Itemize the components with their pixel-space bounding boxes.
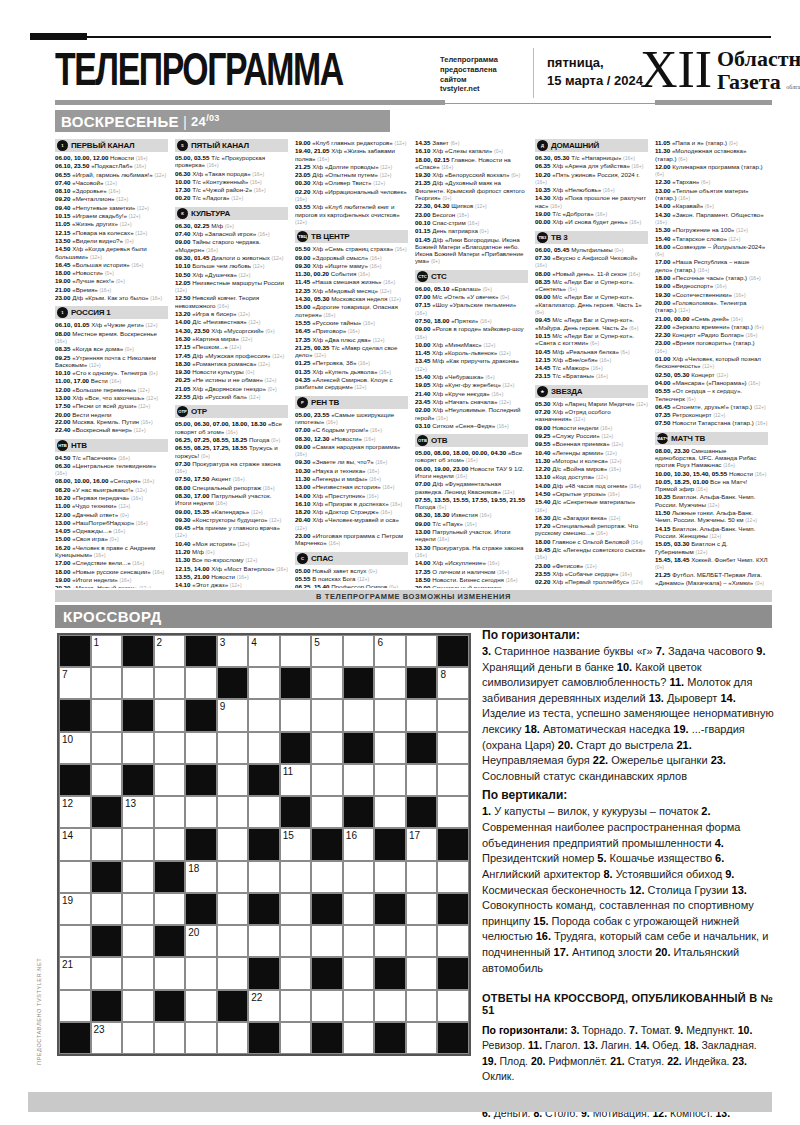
program-entry: 21.35 Д/ф «Духовный маяк на Фиоленте. Кр… (415, 179, 528, 202)
program-entry: 09.00 «Здоровый смысл» (16+) (295, 254, 408, 262)
channel-header: ТВЦТВ ЦЕНТР (295, 230, 408, 243)
cw-cell-black (248, 828, 280, 860)
cw-clue-number: 5 (314, 637, 320, 648)
program-entry: 07.30 «Вкусно с Анфисой Чеховой» (16+) (535, 254, 648, 270)
cw-cell-white (217, 925, 249, 957)
program-entry: 10.00 Х/ф «МиниМакс» (12+) (415, 341, 528, 349)
cw-cell-white (406, 861, 438, 893)
cw-cell-white: 6 (374, 635, 406, 667)
top-rule-line (87, 36, 771, 38)
program-entry: 11.30 «Моторы и колеса» (12+) (535, 457, 648, 465)
cw-cell-white (154, 764, 186, 796)
program-entry: 18.00 Главное с Ольгой Беловой (16+) (535, 538, 648, 546)
cw-cell-white (437, 764, 469, 796)
cw-cell-white (437, 796, 469, 828)
cw-cell-white (406, 990, 438, 1022)
cw-cell-white (343, 925, 375, 957)
program-entry: 13.00 Х/ф «Все, что захочешь» (12+) (55, 394, 168, 402)
brand-site: облгазета.рф (786, 84, 800, 90)
cw-cell-white: 18 (185, 861, 217, 893)
cw-cell-black (343, 667, 375, 699)
program-entry: 09.20 «Мечталлион» (12+) (55, 195, 168, 203)
channel-name: СТС (431, 272, 447, 281)
program-entry: 14.00 Х/ф «Искупление» (16+) (415, 559, 528, 567)
channel-logo-icon: ★ (537, 386, 548, 397)
cw-cell-black (311, 893, 343, 925)
channel-logo-icon: НТВ (57, 440, 68, 451)
cw-cell-black (280, 667, 312, 699)
channel-name: ПЕРВЫЙ КАНАЛ (71, 141, 135, 150)
cw-cell-white: 16 (343, 828, 375, 860)
program-entry: 06.25, 07.25, 08.55, 18.25 Погода (0+) (175, 436, 288, 444)
program-entry: 23.00 «Фетисов» (12+) (535, 562, 648, 570)
program-entry: 13.55, 21.00 Новости (16+) (175, 573, 288, 581)
program-entry: 10.50 Х/ф «Душечка» (12+) (175, 271, 288, 279)
cw-clue-number: 6 (377, 637, 383, 648)
program-entry: 09.00 «Самая народная программа» (16+) (295, 443, 408, 459)
cw-cell-white (122, 828, 154, 860)
channel-header: 1ПЕРВЫЙ КАНАЛ (55, 139, 168, 152)
cw-clue-number: 15 (283, 830, 294, 841)
program-entry: 05.00, 03.55 Т/с «Прокурорская проверка»… (175, 154, 288, 170)
program-entry: 13.45 М/ф «Как приручить дракона» (12+) (415, 357, 528, 373)
cw-cell-black (122, 764, 154, 796)
cw-cell-white (374, 764, 406, 796)
cw-cell-white (280, 990, 312, 1022)
cw-cell-black (248, 1022, 280, 1054)
cw-cell-white (122, 667, 154, 699)
cw-cell-black (311, 1022, 343, 1054)
program-entry: 07.35 Ретроконцерт (12+) (655, 411, 768, 419)
cw-cell-white (311, 699, 343, 731)
program-entry: 23.00 Бесогон (18+) (415, 211, 528, 219)
channel-logo-icon: МАТЧ (657, 433, 668, 444)
program-entry: 10.30 «Наука и техника» (16+) (295, 467, 408, 475)
cw-clue-number: 19 (62, 895, 73, 906)
program-entry: 07.40 «Часовой» (12+) (55, 179, 168, 187)
program-entry: 06.30, 02.25 М/ф (0+) (175, 222, 288, 230)
program-entry: 09.45 «На приеме у главного врача» (12+) (175, 524, 288, 540)
cw-clue-number: 8 (440, 669, 446, 680)
program-entry: 22.30 Концерт «Радио Болгар» (16+) (655, 331, 768, 339)
program-entry: 13.00 «Неизвестная история» (16+) (295, 483, 408, 491)
cw-cell-white (59, 925, 91, 957)
cw-cell-black (154, 861, 186, 893)
program-entry: 14.05 «Однажды...» (16+) (55, 527, 168, 535)
program-entry: 11.05 «Жизнь других» (12+) (55, 220, 168, 228)
cw-cell-white: 11 (280, 764, 312, 796)
cw-cell-black (217, 990, 249, 1022)
program-entry: 16.10 Х/ф «Призрак в доспехах» (16+) (295, 500, 408, 508)
program-entry: 12.00 Кулинарная программа (татар.) (6+) (655, 163, 768, 179)
program-entry: 08.00 Специальный репортаж (16+) (175, 484, 288, 492)
channel-logo-icon: ОТР (177, 406, 188, 417)
program-entry: 06.30, 05.30 Т/с «Напарницы» (16+) (535, 154, 648, 162)
program-entry: 06.00, 19.00, 23.00 Новости ТАУ 9 1/2. И… (415, 465, 528, 481)
cw-cell-black (343, 796, 375, 828)
page-number: XII (640, 40, 712, 99)
cw-cell-white (248, 732, 280, 764)
rule-right (655, 100, 772, 105)
program-entry: 08.00 «Новый день». 11-й сезон (16+) (535, 270, 648, 278)
cw-cell-black (91, 796, 123, 828)
program-entry: 19.40, 21.05 Х/ф «Жизнь забавами полна» … (295, 147, 408, 163)
program-entry: 09.30, 01.45 Диалоги о животных (12+) (175, 254, 288, 262)
program-entry: 14.30, 05.30 Московская неделя (12+) (295, 295, 408, 303)
cw-cell-white (343, 1022, 375, 1054)
program-entry: 17.50 «Песни от всей души» (12+) (55, 402, 168, 410)
channel-header: ОТВОТВ (415, 434, 528, 447)
brand-line2: Газета (717, 69, 781, 94)
program-entry: 07.30 Прокуратура на страже закона (16+) (175, 460, 288, 476)
cw-cell-white (406, 925, 438, 957)
cw-cell-black (185, 764, 217, 796)
program-entry: 07.15 «Шоу «Уральские пельмени» (16+) (415, 301, 528, 317)
program-entry: 14.00 «Каравай» (6+) (655, 202, 768, 210)
cw-cell-black (217, 667, 249, 699)
cw-cell-black (406, 796, 438, 828)
program-entry: 11.30 «Легенды и мифы» (16+) (295, 475, 408, 483)
channel-name: ТВ 3 (551, 233, 568, 242)
program-entry: 03.55 Х/ф «Клуб любителей книг и пирогов… (295, 203, 408, 226)
cw-cell-white (374, 990, 406, 1022)
channel-header: ССПАС (295, 552, 408, 565)
channel-name: РЕН ТВ (311, 398, 339, 407)
cw-cell-white (154, 893, 186, 925)
masthead-divider (533, 48, 534, 98)
cw-cell-white (437, 990, 469, 1022)
program-entry: 11.50 Лыжные гонки. Альфа-Банк. Чемп. Ро… (655, 509, 768, 525)
cw-cell-black (122, 635, 154, 667)
program-entry: 09.45 М/с «Леди Баг и Супер-кот». «Мэйур… (535, 316, 648, 332)
program-entry: 09.55 «Военная приемка» (12+) (535, 440, 648, 448)
cw-cell-black (248, 764, 280, 796)
program-entry: 10.45 М/ф «Реальная белка» (6+) (535, 348, 648, 356)
program-entry: 05.00, 08.00, 18.00, 00.00, 04.30 «Все г… (415, 449, 528, 465)
listings: 1ПЕРВЫЙ КАНАЛ06.00, 10.00, 12.00 Новости… (55, 139, 772, 588)
day-separator: | (183, 113, 187, 130)
crossword-title: КРОССВОРД (55, 605, 772, 628)
cw-cell-black (374, 828, 406, 860)
cw-cell-white (374, 925, 406, 957)
cw-cell-white (248, 925, 280, 957)
program-entry: 23.55 Х/ф «Собачье сердце» (16+) (535, 570, 648, 578)
program-entry: 21.25, 00.35 Т/с «Мавр сделал свое дело»… (295, 344, 408, 360)
program-entry: 12.15, 14.00 Х/ф «Мост Ватерлоо» (16+) (175, 565, 288, 573)
program-entry: 06.10, 01.05 Х/ф «Чужие дети» (12+) (55, 321, 168, 329)
program-entry: 07.00 «С бодрым утром!» (16+) (295, 426, 408, 434)
program-entry: 07.00 Д/ф «Фундаментальная разведка. Лео… (415, 480, 528, 496)
program-entry: 09.30 Х/ф «Ищите маму» (16+) (295, 262, 408, 270)
program-entry: 10.05, 18.25, 01.00 Все на Матч! Прямой … (655, 478, 768, 494)
program-entry: 10.15 М/с «Леди Баг и Супер-кот». «Санта… (535, 332, 648, 348)
listings-column-6: 11.05 «Папа и я» (татар.) (0+)11.30 «Мол… (655, 139, 768, 588)
program-entry: 01.00 Х/ф «Человек, который познал беско… (655, 355, 768, 371)
program-entry: 08.30, 18.30 Известия (16+) (415, 511, 528, 519)
cw-cell-white (91, 828, 123, 860)
cw-cell-white (311, 796, 343, 828)
program-entry: 19.30 «Соотечественники» (16+) (655, 291, 768, 299)
program-entry: 05.30 Х/ф «Ларец Марии Медичи» (12+) (535, 400, 648, 408)
cw-cell-white (374, 861, 406, 893)
program-entry: 14.15 Биатлон. Альфа-Банк. Чемп. России.… (655, 525, 768, 541)
program-entry: 07.55, 13.55, 15.55, 17.55, 19.55, 21.55… (415, 496, 528, 512)
channel-name: НТВ (71, 441, 87, 450)
crossword-grid: 1234567891011121314151617181920212223 (57, 633, 471, 1056)
cw-cell-white (185, 667, 217, 699)
cw-cell-white (122, 957, 154, 989)
cw-cell-white (343, 957, 375, 989)
brand-line1: Областная (717, 47, 800, 70)
cw-cell-black (91, 861, 123, 893)
program-entry: 22.40 «Воскресный вечер» (12+) (55, 426, 168, 434)
credit-vertical: ПРЕДОСТАВЛЕНО TVSTYLER.NET (36, 930, 42, 1065)
program-entry: 15.00 «Своя игра» (0+) (55, 535, 168, 543)
cw-cell-black (311, 828, 343, 860)
program-entry: 19.00 Т/с «Доброта» (16+) (535, 210, 648, 218)
cw-cell-white (185, 990, 217, 1022)
program-entry: 12.15 «Повара на колесах» (12+) (55, 229, 168, 237)
cw-cell-white (406, 957, 438, 989)
cw-cell-white: 15 (280, 828, 312, 860)
cw-cell-white: 7 (59, 667, 91, 699)
program-entry: 06.00, 05.45 Мультфильмы (0+) (535, 246, 648, 254)
cw-cell-black (59, 699, 91, 731)
program-entry: 02.00 Х/ф «Неуловимые. Последний герой» … (415, 406, 528, 422)
cw-cell-white (122, 990, 154, 1022)
program-entry: 08.10 «Здоровье» (16+) (55, 187, 168, 195)
cw-cell-black (185, 893, 217, 925)
program-entry: 12.35 Х/ф «Медовый месяц» (12+) (295, 287, 408, 295)
program-entry: 09.00 «Рогов в городе» мэйковер-шоу (16+… (415, 325, 528, 341)
program-entry: 09.40 «Непутевые заметки» (12+) (55, 204, 168, 212)
cw-cell-black (185, 828, 217, 860)
program-entry: 05.55 В поисках Бога (12+) (295, 575, 408, 583)
cw-cell-black (122, 699, 154, 731)
channel-name: ТВ ЦЕНТР (311, 232, 349, 241)
program-entry: 19.00 «Лучше всех!» (0+) (55, 277, 168, 285)
cw-cell-white: 17 (406, 828, 438, 860)
across-title: По горизонтали: (482, 628, 774, 642)
program-entry: 01.45 Д/ф «Лики Богородицы. Икона Божией… (415, 236, 528, 266)
cw-cell-white (280, 1022, 312, 1054)
program-entry: 09.25 «Утренняя почта с Николаем Басковы… (55, 354, 168, 370)
cw-cell-white (406, 764, 438, 796)
rule-left (55, 100, 445, 105)
program-entry: 20.20 «Маска. Новый сезон» (12+) (55, 584, 168, 588)
program-entry: 10.15 «Играем свадьбу!» (12+) (55, 212, 168, 220)
cw-cell-white (406, 1022, 438, 1054)
cw-cell-black (374, 1022, 406, 1054)
program-entry: 17.00 «Наша Республика – наше дело» (тат… (655, 258, 768, 274)
program-entry: 01.25 «Петровка, 38» (16+) (295, 359, 408, 367)
cw-clue-number: 20 (188, 927, 199, 938)
cw-cell-white (280, 861, 312, 893)
program-entry: 04.35 «Алексей Смирнов. Клоун с разбитым… (295, 376, 408, 392)
program-entry: 14.50 Х/ф «Когда деревья были большими» … (55, 245, 168, 261)
program-entry: 11.00, 17.00 Вести (16+) (55, 377, 168, 385)
cw-cell-white (343, 990, 375, 1022)
cw-clue-number: 3 (220, 637, 226, 648)
program-entry: 13.00 «Теплые объятия матери» (татар.) (… (655, 187, 768, 203)
across-clues: 3. Старинное название буквы «г» 7. Задач… (482, 644, 774, 784)
cw-cell-white (248, 796, 280, 828)
cw-cell-white (280, 957, 312, 989)
cw-cell-white (280, 925, 312, 957)
cw-cell-white (154, 732, 186, 764)
program-entry: 09.30 «Знаете ли вы, что?» (16+) (295, 458, 408, 466)
cw-clue-number: 23 (94, 1024, 105, 1035)
channel-logo-icon: К (177, 208, 188, 219)
cw-cell-black (311, 957, 343, 989)
program-entry: 02.20 Х/ф «Иррациональный человек» (16+) (295, 188, 408, 204)
program-entry: 08.30, 17.00 Патрульный участок. Итоги н… (175, 492, 288, 508)
program-entry: 09.00 М/с «Леди Баг и Супер-кот». «Катал… (535, 293, 648, 316)
program-entry: 17.45 Д/ф «Мужская профессия» (12+) (175, 352, 288, 360)
program-entry: 21.05 Х/ф «Дворянское гнездо» (0+) (175, 385, 288, 393)
cw-cell-white (374, 796, 406, 828)
program-entry: 23.15 Т/с «Братаны» (16+) (535, 372, 648, 380)
program-entry: 10.10 «Сто к одному». Телеигра (0+) (55, 369, 168, 377)
cw-cell-white (217, 957, 249, 989)
cw-cell-white: 3 (217, 635, 249, 667)
cw-cell-white (343, 699, 375, 731)
program-entry: 18.30 «Романтика романса» (12+) (175, 360, 288, 368)
program-entry: 08.30, 12.30 «Новости» (16+) (295, 435, 408, 443)
channel-logo-icon: Д (537, 140, 548, 151)
cw-cell-white (217, 861, 249, 893)
cw-cell-black (154, 925, 186, 957)
program-entry: 06.00, 05.10 «Ералаш» (0+) (415, 285, 528, 293)
program-entry: 16.45 «Большая история» (16+) (55, 261, 168, 269)
program-entry: 12.00 «Большие перемены» (12+) (55, 386, 168, 394)
cw-cell-white (343, 861, 375, 893)
cw-clue-number: 10 (62, 734, 73, 745)
program-entry: 10.20 «Первая передача» (16+) (55, 494, 168, 502)
program-entry: 06.30 «Центральное телевидение» (16+) (55, 462, 168, 478)
program-entry: 15.40 Д/с «Секретные материалы» (16+) (535, 498, 648, 514)
program-entry: 14.10 «Этот джаз» (12+) (175, 581, 288, 588)
cw-clue-number: 2 (157, 637, 163, 648)
program-entry: 14.50 «Скрытые угрозы» (16+) (535, 490, 648, 498)
cw-cell-white (91, 732, 123, 764)
cw-cell-white (280, 635, 312, 667)
program-entry: 11.45 Х/ф «Король-львенок» (12+) (415, 349, 528, 357)
cw-cell-white (248, 861, 280, 893)
cw-clue-number: 12 (62, 798, 73, 809)
cw-cell-black (280, 796, 312, 828)
cw-cell-white (122, 893, 154, 925)
program-entry: 01.35 Х/ф «Купель дьявола» (16+) (295, 368, 408, 376)
day-name: ВОСКРЕСЕНЬЕ (61, 113, 179, 130)
program-entry: 19.00 «Клуб главных редакторов» (12+) (295, 139, 408, 147)
provider-note: Телепрограммапредоставленасайтомtvstyler… (440, 55, 535, 94)
program-entry: 06.55 «Играй, гармонь любимая!» (12+) (55, 171, 168, 179)
masthead-rules (55, 100, 772, 105)
cw-cell-white (311, 667, 343, 699)
cw-cell-black (406, 667, 438, 699)
program-entry: 10.00, 10.30, 15.40, 05.55 Новости (16+) (655, 470, 768, 478)
program-entry: 05.50 Х/ф «Семь страниц страха» (16+) (295, 245, 408, 253)
cw-cell-white (217, 1022, 249, 1054)
program-entry: 19.00 «Видеоспорт» (16+) (655, 282, 768, 290)
program-entry: 10.40 «Моя история» (12+) (175, 540, 288, 548)
program-entry: 11.05 «Папа и я» (татар.) (0+) (655, 139, 768, 147)
program-entry: 17.00 «Следствие вели...» (16+) (55, 559, 168, 567)
program-entry: 05.45 Т/с «Викинг-2» (16+) (535, 587, 648, 588)
program-entry: 13.00 Патрульный участок. Итоги недели (… (415, 528, 528, 544)
cw-cell-white (343, 635, 375, 667)
cw-cell-white (154, 699, 186, 731)
cw-cell-white (154, 796, 186, 828)
program-entry: 19.00 «Итоги недели» (16+) (55, 576, 168, 584)
program-entry: 18.50 Новости. Бизнес сегодня (16+) (415, 576, 528, 584)
program-entry: 09.00 Т/с «Паук» (16+) (415, 520, 528, 528)
cw-cell-white (343, 893, 375, 925)
program-entry: 15.55 «Русские тайны» (16+) (295, 319, 408, 327)
cw-cell-white: 13 (122, 796, 154, 828)
program-entry: 20.40 Х/ф «Человек-муравей и оса» (12+) (295, 516, 408, 532)
program-entry: 16.00 «Созвездие – Йолдызлык-2024» (6+) (655, 243, 768, 259)
cw-cell-white (185, 796, 217, 828)
program-entry: 06.55, 08.25, 17.25, 18.55 Тружусь и гор… (175, 444, 288, 460)
program-entry: 02.50, 05.30 Концерт (12+) (655, 371, 768, 379)
cw-cell-black (185, 699, 217, 731)
program-entry: 20.25 «Не истины и не обман» (12+) (175, 376, 288, 384)
program-entry: 22.30, 04.30 Щипков (12+) (415, 202, 528, 210)
program-entry: 13.10 «Код доступа» (12+) (535, 473, 648, 481)
cw-cell-white (185, 1022, 217, 1054)
program-entry: 07.00 М/с «Отель «У овечек» (0+) (415, 293, 528, 301)
channel-header: РРЕН ТВ (295, 396, 408, 409)
cw-cell-white (59, 861, 91, 893)
program-entry: 15.40 «Татарское слово» (12+) (655, 235, 768, 243)
channel-header: ★ЗВЕЗДА (535, 385, 648, 398)
program-entry: 13.50 «Видели видео?» (0+) (55, 237, 168, 245)
day-date: 24 (191, 114, 206, 129)
program-entry: 07.40 Х/ф «Запасной игрок» (16+) (175, 230, 288, 238)
program-entry: 07.50, 18.00 «Прятки» (16+) (415, 317, 528, 325)
cw-cell-white (406, 699, 438, 731)
cw-cell-white: 10 (59, 732, 91, 764)
program-entry: 17.15 «Пешком...» (12+) (175, 343, 288, 351)
listings-column-2: 5ПЯТЫЙ КАНАЛ05.00, 03.55 Т/с «Прокурорск… (175, 139, 288, 588)
program-entry: 16.45 «Приговор» (16+) (295, 327, 408, 335)
cw-cell-white (59, 990, 91, 1022)
cw-cell-white (437, 861, 469, 893)
rule-thin (445, 103, 655, 104)
program-entry: 09.00, 15.35 «Календарь» (12+) (175, 508, 288, 516)
program-entry: 14.30 «Закон. Парламент. Общество» (16+) (655, 211, 768, 227)
program-entry: 12.00 «Дачный ответ» (0+) (55, 511, 168, 519)
program-entry: 11.30 Все по-взрослому (12+) (175, 556, 288, 564)
top-rule-block (30, 33, 87, 40)
program-entry: 16.30 «Картина мира» (12+) (175, 335, 288, 343)
program-entry: 17.35 Х/ф «Два плюс два» (12+) (295, 336, 408, 344)
cw-clue-number: 7 (62, 669, 68, 680)
answers-title: ОТВЕТЫ НА КРОССВОРД, ОПУБЛИКОВАННЫЙ В № … (482, 992, 774, 1016)
cw-cell-black (154, 990, 186, 1022)
cw-cell-black (437, 828, 469, 860)
schedule-notice: В ТЕЛЕПРОГРАММЕ ВОЗМОЖНЫ ИЗМЕНЕНИЯ (55, 590, 772, 602)
cw-cell-white (154, 667, 186, 699)
cw-cell-white: 19 (59, 893, 91, 925)
cw-cell-white: 12 (59, 796, 91, 828)
day-month: /03 (206, 113, 219, 123)
program-entry: 10.35 Биатлон. Альфа-Банк. Чемп. России.… (655, 493, 768, 509)
program-entry: 19.30 Х/ф «Белорусский вокзал» (0+) (415, 171, 528, 179)
channel-header: 1РОССИЯ 1 (55, 306, 168, 319)
